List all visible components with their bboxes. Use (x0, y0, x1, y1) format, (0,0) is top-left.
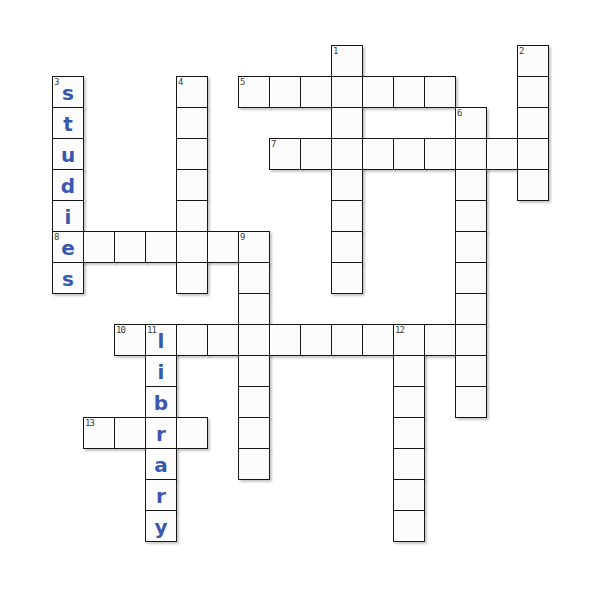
grid-cell[interactable] (300, 138, 332, 170)
grid-cell[interactable]: r (145, 417, 177, 449)
cell-letter: a (146, 449, 176, 479)
grid-cell[interactable] (517, 76, 549, 108)
grid-cell[interactable] (424, 324, 456, 356)
grid-cell[interactable] (455, 138, 487, 170)
grid-cell[interactable] (517, 169, 549, 201)
grid-cell[interactable]: b (145, 386, 177, 418)
grid-cell[interactable] (238, 262, 270, 294)
grid-cell[interactable] (176, 417, 208, 449)
grid-cell[interactable] (114, 417, 146, 449)
grid-cell[interactable]: 1 (331, 45, 363, 77)
grid-cell[interactable] (393, 355, 425, 387)
grid-cell[interactable]: 4 (176, 76, 208, 108)
grid-cell[interactable] (486, 138, 518, 170)
grid-cell[interactable] (207, 231, 239, 263)
grid-cell[interactable] (455, 169, 487, 201)
clue-number: 7 (271, 139, 275, 149)
grid-cell[interactable]: u (52, 138, 84, 170)
clue-number: 2 (519, 46, 523, 56)
grid-cell[interactable] (393, 138, 425, 170)
grid-cell[interactable] (362, 76, 394, 108)
grid-cell[interactable] (393, 76, 425, 108)
grid-cell[interactable] (145, 231, 177, 263)
grid-cell[interactable]: r (145, 479, 177, 511)
grid-cell[interactable]: i (52, 200, 84, 232)
grid-cell[interactable] (238, 386, 270, 418)
grid-cell[interactable] (176, 231, 208, 263)
grid-cell[interactable]: 13 (83, 417, 115, 449)
grid-cell[interactable] (331, 200, 363, 232)
grid-cell[interactable] (455, 355, 487, 387)
cell-letter: d (53, 170, 83, 200)
grid-cell[interactable] (238, 324, 270, 356)
grid-cell[interactable]: s3 (52, 76, 84, 108)
grid-cell[interactable] (362, 324, 394, 356)
cell-letter: r (146, 480, 176, 510)
cell-letter: b (146, 387, 176, 417)
grid-cell[interactable] (393, 417, 425, 449)
grid-cell[interactable]: t (52, 107, 84, 139)
cell-letter: u (53, 139, 83, 169)
grid-cell[interactable] (424, 138, 456, 170)
cell-letter: r (146, 418, 176, 448)
clue-number: 5 (240, 77, 244, 87)
cell-letter: y (146, 511, 176, 541)
grid-cell[interactable] (455, 293, 487, 325)
grid-cell[interactable] (331, 169, 363, 201)
grid-cell[interactable] (238, 448, 270, 480)
grid-cell[interactable] (176, 138, 208, 170)
grid-cell[interactable] (424, 76, 456, 108)
grid-cell[interactable] (176, 169, 208, 201)
grid-cell[interactable]: 12 (393, 324, 425, 356)
grid-cell[interactable]: s (52, 262, 84, 294)
grid-cell[interactable]: 2 (517, 45, 549, 77)
grid-cell[interactable] (83, 231, 115, 263)
grid-cell[interactable] (176, 107, 208, 139)
grid-cell[interactable] (393, 448, 425, 480)
cell-letter: s (53, 263, 83, 293)
grid-cell[interactable]: e8 (52, 231, 84, 263)
cell-letter: t (53, 108, 83, 138)
grid-cell[interactable] (238, 355, 270, 387)
grid-cell[interactable] (300, 324, 332, 356)
grid-cell[interactable] (331, 76, 363, 108)
grid-cell[interactable] (362, 138, 394, 170)
crossword-page: { "game": "crossword", "board": { "rows"… (0, 0, 600, 600)
grid-cell[interactable] (238, 293, 270, 325)
grid-cell[interactable] (455, 324, 487, 356)
grid-cell[interactable] (331, 107, 363, 139)
grid-cell[interactable] (176, 262, 208, 294)
grid-cell[interactable]: i (145, 355, 177, 387)
grid-cell[interactable]: y (145, 510, 177, 542)
clue-number: 1 (333, 46, 337, 56)
grid-cell[interactable] (114, 231, 146, 263)
crossword-board: 12s345t6u7die89s10l1112ib13rary (0, 0, 600, 600)
grid-cell[interactable]: 10 (114, 324, 146, 356)
grid-cell[interactable]: a (145, 448, 177, 480)
grid-cell[interactable]: d (52, 169, 84, 201)
grid-cell[interactable] (300, 76, 332, 108)
grid-cell[interactable] (331, 231, 363, 263)
grid-cell[interactable] (269, 76, 301, 108)
grid-cell[interactable]: 6 (455, 107, 487, 139)
grid-cell[interactable] (331, 138, 363, 170)
grid-cell[interactable] (393, 510, 425, 542)
cell-letter: i (146, 356, 176, 386)
grid-cell[interactable] (517, 138, 549, 170)
clue-number: 11 (147, 325, 156, 335)
grid-cell[interactable] (207, 324, 239, 356)
grid-cell[interactable] (455, 200, 487, 232)
clue-number: 8 (54, 232, 58, 242)
grid-cell[interactable] (455, 386, 487, 418)
grid-cell[interactable] (331, 324, 363, 356)
grid-cell[interactable] (393, 386, 425, 418)
grid-cell[interactable] (238, 417, 270, 449)
grid-cell[interactable] (455, 231, 487, 263)
grid-cell[interactable] (393, 479, 425, 511)
clue-number: 12 (395, 325, 404, 335)
grid-cell[interactable]: 7 (269, 138, 301, 170)
grid-cell[interactable] (269, 324, 301, 356)
grid-cell[interactable]: 5 (238, 76, 270, 108)
grid-cell[interactable] (176, 324, 208, 356)
clue-number: 10 (116, 325, 125, 335)
clue-number: 3 (54, 77, 58, 87)
grid-cell[interactable] (331, 262, 363, 294)
cell-letter: i (53, 201, 83, 231)
clue-number: 9 (240, 232, 244, 242)
grid-cell[interactable]: l11 (145, 324, 177, 356)
clue-number: 6 (457, 108, 461, 118)
grid-cell[interactable] (455, 262, 487, 294)
clue-number: 4 (178, 77, 182, 87)
grid-cell[interactable] (517, 107, 549, 139)
grid-cell[interactable] (176, 200, 208, 232)
clue-number: 13 (85, 418, 94, 428)
grid-cell[interactable]: 9 (238, 231, 270, 263)
